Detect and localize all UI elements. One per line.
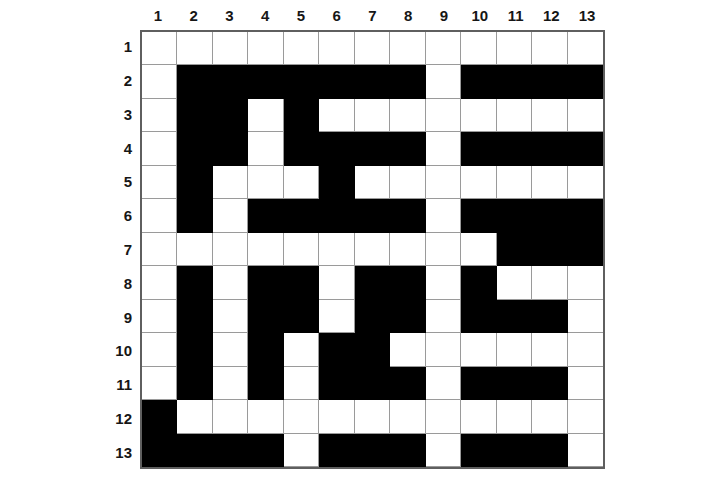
grid-cell-r12-c5-white[interactable] [284,400,319,433]
col-label-4: 4 [247,3,283,28]
col-label-9: 9 [426,3,462,28]
grid-cell-r5-c7-white[interactable] [355,166,390,199]
grid-cell-r11-c13-white[interactable] [568,367,603,400]
grid-cell-r5-c8-white[interactable] [390,166,425,199]
grid-cell-r13-c8-black[interactable] [390,434,425,467]
grid-cell-r1-c4-white[interactable] [248,32,283,65]
grid-cell-r10-c3-white[interactable] [213,333,248,366]
grid-cell-r12-c9-white[interactable] [426,400,461,433]
grid-cell-r5-c1-white[interactable] [142,166,177,199]
col-label-6: 6 [319,3,355,28]
grid-cell-r9-c4-black[interactable] [248,300,283,333]
grid-cell-r1-c5-white[interactable] [284,32,319,65]
grid-cell-r12-c4-white[interactable] [248,400,283,433]
grid-cell-r2-c8-black[interactable] [390,65,425,98]
grid-cell-r2-c1-white[interactable] [142,65,177,98]
grid-cell-r9-c11-black[interactable] [497,300,532,333]
grid-cell-r7-c1-white[interactable] [142,233,177,266]
grid-cell-r3-c9-white[interactable] [426,99,461,132]
grid-cell-r10-c5-white[interactable] [284,333,319,366]
col-label-3: 3 [212,3,248,28]
grid-cell-r9-c13-white[interactable] [568,300,603,333]
grid-cell-r10-c8-white[interactable] [390,333,425,366]
grid-cell-r3-c5-black[interactable] [284,99,319,132]
grid-cell-r1-c2-white[interactable] [177,32,212,65]
puzzle-grid [140,30,605,469]
grid-cell-r11-c2-black[interactable] [177,367,212,400]
grid-cell-r4-c7-black[interactable] [355,132,390,165]
grid-cell-r2-c2-black[interactable] [177,65,212,98]
grid-cell-r7-c9-white[interactable] [426,233,461,266]
grid-cell-r7-c6-white[interactable] [319,233,354,266]
grid-cell-r10-c12-white[interactable] [532,333,567,366]
grid-cell-r6-c4-black[interactable] [248,199,283,232]
grid-cell-r9-c1-white[interactable] [142,300,177,333]
grid-cell-r1-c6-white[interactable] [319,32,354,65]
grid-cell-r9-c8-black[interactable] [390,300,425,333]
grid-cell-r2-c3-black[interactable] [213,65,248,98]
col-label-8: 8 [390,3,426,28]
grid-cell-r7-c13-black[interactable] [568,233,603,266]
grid-cell-r1-c7-white[interactable] [355,32,390,65]
grid-cell-r12-c12-white[interactable] [532,400,567,433]
grid-cell-r10-c10-white[interactable] [461,333,496,366]
grid-cell-r6-c11-black[interactable] [497,199,532,232]
col-label-11: 11 [498,3,534,28]
grid-cell-r4-c5-black[interactable] [284,132,319,165]
grid-cell-r12-c7-white[interactable] [355,400,390,433]
grid-cell-r9-c2-black[interactable] [177,300,212,333]
grid-cell-r12-c3-white[interactable] [213,400,248,433]
grid-cell-r5-c4-white[interactable] [248,166,283,199]
grid-cell-r1-c11-white[interactable] [497,32,532,65]
grid-cell-r10-c13-white[interactable] [568,333,603,366]
grid-cell-r5-c12-white[interactable] [532,166,567,199]
grid-cell-r6-c9-white[interactable] [426,199,461,232]
grid-cell-r6-c3-white[interactable] [213,199,248,232]
grid-cell-r8-c6-white[interactable] [319,266,354,299]
grid-cell-r9-c5-black[interactable] [284,300,319,333]
grid-cell-r13-c1-black[interactable] [142,434,177,467]
row-label-11: 11 [88,368,132,402]
grid-cell-r6-c12-black[interactable] [532,199,567,232]
grid-cell-r2-c6-black[interactable] [319,65,354,98]
grid-cell-r3-c12-white[interactable] [532,99,567,132]
row-label-7: 7 [88,233,132,267]
grid-cell-r7-c4-white[interactable] [248,233,283,266]
grid-cell-r7-c11-black[interactable] [497,233,532,266]
row-label-10: 10 [88,334,132,368]
grid-cell-r4-c9-white[interactable] [426,132,461,165]
grid-cell-r5-c2-black[interactable] [177,166,212,199]
row-label-8: 8 [88,266,132,300]
grid-cell-r12-c2-white[interactable] [177,400,212,433]
grid-cell-r1-c8-white[interactable] [390,32,425,65]
grid-cell-r12-c10-white[interactable] [461,400,496,433]
grid-cell-r2-c12-black[interactable] [532,65,567,98]
row-label-2: 2 [88,64,132,98]
grid-cell-r9-c10-black[interactable] [461,300,496,333]
grid-cell-r3-c13-white[interactable] [568,99,603,132]
grid-cell-r9-c3-white[interactable] [213,300,248,333]
col-label-1: 1 [140,3,176,28]
grid-cell-r12-c13-white[interactable] [568,400,603,433]
grid-cell-r4-c13-black[interactable] [568,132,603,165]
row-label-12: 12 [88,401,132,435]
grid-cell-r5-c11-white[interactable] [497,166,532,199]
grid-cell-r12-c6-white[interactable] [319,400,354,433]
grid-cell-r3-c8-white[interactable] [390,99,425,132]
grid-cell-r1-c3-white[interactable] [213,32,248,65]
grid-cell-r3-c1-white[interactable] [142,99,177,132]
grid-cell-r10-c6-black[interactable] [319,333,354,366]
grid-cell-r1-c1-white[interactable] [142,32,177,65]
grid-cell-r8-c13-white[interactable] [568,266,603,299]
grid-cell-r7-c10-white[interactable] [461,233,496,266]
grid-cell-r10-c4-black[interactable] [248,333,283,366]
grid-cell-r5-c13-white[interactable] [568,166,603,199]
grid-cell-r6-c5-black[interactable] [284,199,319,232]
grid-cell-r11-c3-white[interactable] [213,367,248,400]
grid-cell-r8-c1-white[interactable] [142,266,177,299]
grid-cell-r6-c8-black[interactable] [390,199,425,232]
grid-cell-r1-c9-white[interactable] [426,32,461,65]
column-labels: 12345678910111213 [140,3,605,28]
grid-cell-r6-c10-black[interactable] [461,199,496,232]
grid-cell-r13-c2-black[interactable] [177,434,212,467]
grid-cell-r12-c1-black[interactable] [142,400,177,433]
grid-cell-r11-c9-white[interactable] [426,367,461,400]
grid-cell-r5-c10-white[interactable] [461,166,496,199]
grid-cell-r6-c1-white[interactable] [142,199,177,232]
grid-cell-r13-c9-white[interactable] [426,434,461,467]
grid-cell-r2-c13-black[interactable] [568,65,603,98]
grid-cell-r2-c9-white[interactable] [426,65,461,98]
grid-cell-r4-c3-black[interactable] [213,132,248,165]
grid-cell-r8-c5-black[interactable] [284,266,319,299]
grid-cell-r4-c8-black[interactable] [390,132,425,165]
grid-cell-r10-c9-white[interactable] [426,333,461,366]
row-label-6: 6 [88,199,132,233]
grid-cell-r13-c7-black[interactable] [355,434,390,467]
grid-cell-r11-c5-white[interactable] [284,367,319,400]
row-label-1: 1 [88,30,132,64]
grid-cell-r13-c4-black[interactable] [248,434,283,467]
grid-cell-r4-c2-black[interactable] [177,132,212,165]
grid-cell-r7-c5-white[interactable] [284,233,319,266]
grid-cell-r8-c11-white[interactable] [497,266,532,299]
grid-cell-r11-c7-black[interactable] [355,367,390,400]
grid-cell-r8-c9-white[interactable] [426,266,461,299]
grid-cell-r3-c3-black[interactable] [213,99,248,132]
grid-cell-r7-c12-black[interactable] [532,233,567,266]
row-label-9: 9 [88,300,132,334]
grid-cell-r10-c1-white[interactable] [142,333,177,366]
grid-cell-r1-c12-white[interactable] [532,32,567,65]
grid-cell-r8-c2-black[interactable] [177,266,212,299]
col-label-13: 13 [569,3,605,28]
row-label-13: 13 [88,435,132,469]
grid-cell-r7-c7-white[interactable] [355,233,390,266]
grid-cell-r11-c11-black[interactable] [497,367,532,400]
grid-cell-r4-c6-black[interactable] [319,132,354,165]
grid-cell-r3-c6-white[interactable] [319,99,354,132]
grid-cell-r11-c8-black[interactable] [390,367,425,400]
grid-cell-r4-c10-black[interactable] [461,132,496,165]
grid-cell-r4-c4-white[interactable] [248,132,283,165]
grid-cell-r4-c12-black[interactable] [532,132,567,165]
grid-cell-r2-c10-black[interactable] [461,65,496,98]
row-label-5: 5 [88,165,132,199]
grid-cell-r13-c11-black[interactable] [497,434,532,467]
grid-cell-r3-c7-white[interactable] [355,99,390,132]
grid-cell-r13-c6-black[interactable] [319,434,354,467]
grid-cell-r2-c4-black[interactable] [248,65,283,98]
grid-cell-r11-c12-black[interactable] [532,367,567,400]
grid-cell-r2-c7-black[interactable] [355,65,390,98]
grid-cell-r8-c4-black[interactable] [248,266,283,299]
grid-cell-r9-c12-black[interactable] [532,300,567,333]
row-label-4: 4 [88,131,132,165]
grid-cell-r11-c10-black[interactable] [461,367,496,400]
grid-cell-r8-c8-black[interactable] [390,266,425,299]
grid-cell-r7-c3-white[interactable] [213,233,248,266]
grid-cell-r5-c3-white[interactable] [213,166,248,199]
grid-cell-r3-c10-white[interactable] [461,99,496,132]
row-labels: 12345678910111213 [88,30,132,469]
grid-cell-r3-c11-white[interactable] [497,99,532,132]
grid-cell-r9-c6-white[interactable] [319,300,354,333]
row-label-3: 3 [88,98,132,132]
col-label-12: 12 [533,3,569,28]
grid-cell-r5-c9-white[interactable] [426,166,461,199]
grid-cell-r6-c2-black[interactable] [177,199,212,232]
grid-cell-r12-c11-white[interactable] [497,400,532,433]
grid-cell-r12-c8-white[interactable] [390,400,425,433]
grid-cell-r2-c5-black[interactable] [284,65,319,98]
grid-cell-r2-c11-black[interactable] [497,65,532,98]
grid-cell-r11-c4-black[interactable] [248,367,283,400]
grid-cell-r5-c5-white[interactable] [284,166,319,199]
col-label-7: 7 [355,3,391,28]
grid-cell-r8-c10-black[interactable] [461,266,496,299]
grid-cell-r1-c10-white[interactable] [461,32,496,65]
grid-cell-r13-c12-black[interactable] [532,434,567,467]
grid-cell-r1-c13-white[interactable] [568,32,603,65]
grid-cell-r10-c2-black[interactable] [177,333,212,366]
grid-cell-r11-c6-black[interactable] [319,367,354,400]
grid-cell-r13-c10-black[interactable] [461,434,496,467]
grid-cell-r7-c2-white[interactable] [177,233,212,266]
grid-cell-r8-c12-white[interactable] [532,266,567,299]
col-label-5: 5 [283,3,319,28]
grid-cell-r13-c13-white[interactable] [568,434,603,467]
grid-cell-r6-c7-black[interactable] [355,199,390,232]
grid-cell-r4-c11-black[interactable] [497,132,532,165]
grid-cell-r13-c3-black[interactable] [213,434,248,467]
grid-cell-r4-c1-white[interactable] [142,132,177,165]
grid-cell-r8-c3-white[interactable] [213,266,248,299]
grid-cell-r3-c4-white[interactable] [248,99,283,132]
col-label-10: 10 [462,3,498,28]
grid-cell-r6-c6-black[interactable] [319,199,354,232]
grid-cell-r9-c7-black[interactable] [355,300,390,333]
grid-cell-r10-c7-black[interactable] [355,333,390,366]
grid-cell-r13-c5-white[interactable] [284,434,319,467]
puzzle-page: 12345678910111213 12345678910111213 [0,0,720,480]
grid-cell-r7-c8-white[interactable] [390,233,425,266]
grid-cell-r9-c9-white[interactable] [426,300,461,333]
grid-cell-r3-c2-black[interactable] [177,99,212,132]
grid-cell-r8-c7-black[interactable] [355,266,390,299]
grid-cell-r10-c11-white[interactable] [497,333,532,366]
grid-cell-r5-c6-black[interactable] [319,166,354,199]
col-label-2: 2 [176,3,212,28]
grid-cell-r6-c13-black[interactable] [568,199,603,232]
grid-cell-r11-c1-white[interactable] [142,367,177,400]
